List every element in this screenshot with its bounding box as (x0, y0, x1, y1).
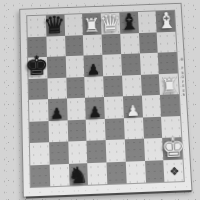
square-f3[interactable] (124, 117, 144, 139)
piece-glyph: ♛ (43, 14, 66, 35)
square-b5[interactable] (47, 77, 66, 99)
square-c6[interactable] (65, 56, 84, 78)
square-f7[interactable] (120, 33, 139, 54)
square-a4[interactable] (29, 99, 48, 121)
piece-glyph: ♞ (68, 167, 89, 187)
piece-glyph: ♟ (88, 106, 102, 119)
piece-glyph: ♝ (156, 12, 177, 31)
square-e6[interactable] (102, 54, 121, 76)
black-bishop-f8[interactable]: ♝ (119, 11, 139, 33)
border-mark-7: · (175, 184, 177, 189)
square-g5[interactable] (140, 74, 160, 96)
white-rook-h5[interactable]: ♜ (160, 73, 180, 95)
photo-of-chessboard: ♛♜♛♝♝♚♟♜♟♟♟♚♞❖ ® PROFEER ········ (0, 0, 200, 200)
square-f5[interactable] (122, 74, 142, 96)
white-queen-e8[interactable]: ♛ (101, 12, 120, 34)
square-b1[interactable] (49, 163, 69, 186)
border-mark-4: · (116, 186, 118, 191)
square-b6[interactable] (47, 56, 66, 78)
square-d1[interactable] (87, 162, 107, 185)
square-a5[interactable] (29, 78, 48, 100)
piece-glyph: ♚ (24, 55, 49, 78)
square-c3[interactable] (67, 119, 87, 141)
white-king-h2[interactable]: ♚ (163, 138, 183, 161)
square-d7[interactable] (83, 34, 102, 55)
white-pawn-f4[interactable]: ♟ (123, 96, 143, 118)
square-g7[interactable] (138, 32, 158, 53)
black-queen-b8[interactable]: ♛ (45, 14, 64, 36)
square-d2[interactable] (87, 140, 107, 163)
chess-board: ♛♜♛♝♝♚♟♜♟♟♟♚♞❖ ® PROFEER ········ (19, 3, 192, 198)
border-mark-1: · (58, 188, 59, 193)
white-bishop-h8[interactable]: ♝ (156, 10, 176, 31)
black-knight-c1[interactable]: ♞ (68, 163, 88, 186)
border-mark-5: · (136, 185, 138, 190)
border-mark-6: · (155, 185, 157, 190)
square-f6[interactable] (121, 53, 141, 75)
square-h7[interactable] (157, 31, 177, 52)
piece-glyph: ♝ (119, 13, 140, 32)
black-pawn-d4[interactable]: ♟ (85, 97, 105, 119)
piece-glyph: ♚ (160, 136, 186, 160)
square-e1[interactable] (106, 161, 126, 184)
square-a3[interactable] (29, 121, 48, 143)
piece-glyph: ♟ (126, 105, 140, 118)
border-mark-3: · (97, 187, 98, 192)
square-d3[interactable] (86, 118, 106, 140)
piece-glyph: ♟ (50, 108, 64, 121)
square-c2[interactable] (68, 141, 88, 164)
square-h6[interactable] (158, 52, 178, 74)
border-mark-0: · (39, 189, 40, 194)
black-king-a6[interactable]: ♚ (27, 56, 46, 78)
square-f1[interactable] (125, 160, 145, 183)
square-a1[interactable] (30, 164, 50, 187)
square-e5[interactable] (103, 75, 123, 97)
black-pawn-d6[interactable]: ♟ (84, 54, 104, 76)
square-g6[interactable] (139, 53, 159, 75)
square-a2[interactable] (30, 142, 50, 165)
border-mark-2: · (78, 188, 79, 193)
square-e3[interactable] (105, 118, 125, 140)
square-e2[interactable] (106, 139, 126, 162)
square-c4[interactable] (66, 98, 85, 120)
square-g8[interactable] (137, 11, 156, 32)
piece-glyph: ♟ (87, 63, 101, 76)
square-b2[interactable] (49, 142, 69, 165)
square-e4[interactable] (104, 96, 124, 118)
square-d5[interactable] (84, 76, 103, 98)
scene: ♛♜♛♝♝♚♟♜♟♟♟♚♞❖ ® PROFEER ········ (0, 0, 200, 200)
square-c8[interactable] (64, 14, 83, 35)
black-pawn-b4[interactable]: ♟ (47, 98, 67, 120)
square-f2[interactable] (125, 139, 145, 162)
square-c7[interactable] (65, 35, 84, 56)
piece-glyph: ♜ (161, 77, 180, 94)
square-c5[interactable] (66, 77, 85, 99)
square-g4[interactable] (141, 95, 161, 117)
square-b3[interactable] (48, 120, 67, 142)
